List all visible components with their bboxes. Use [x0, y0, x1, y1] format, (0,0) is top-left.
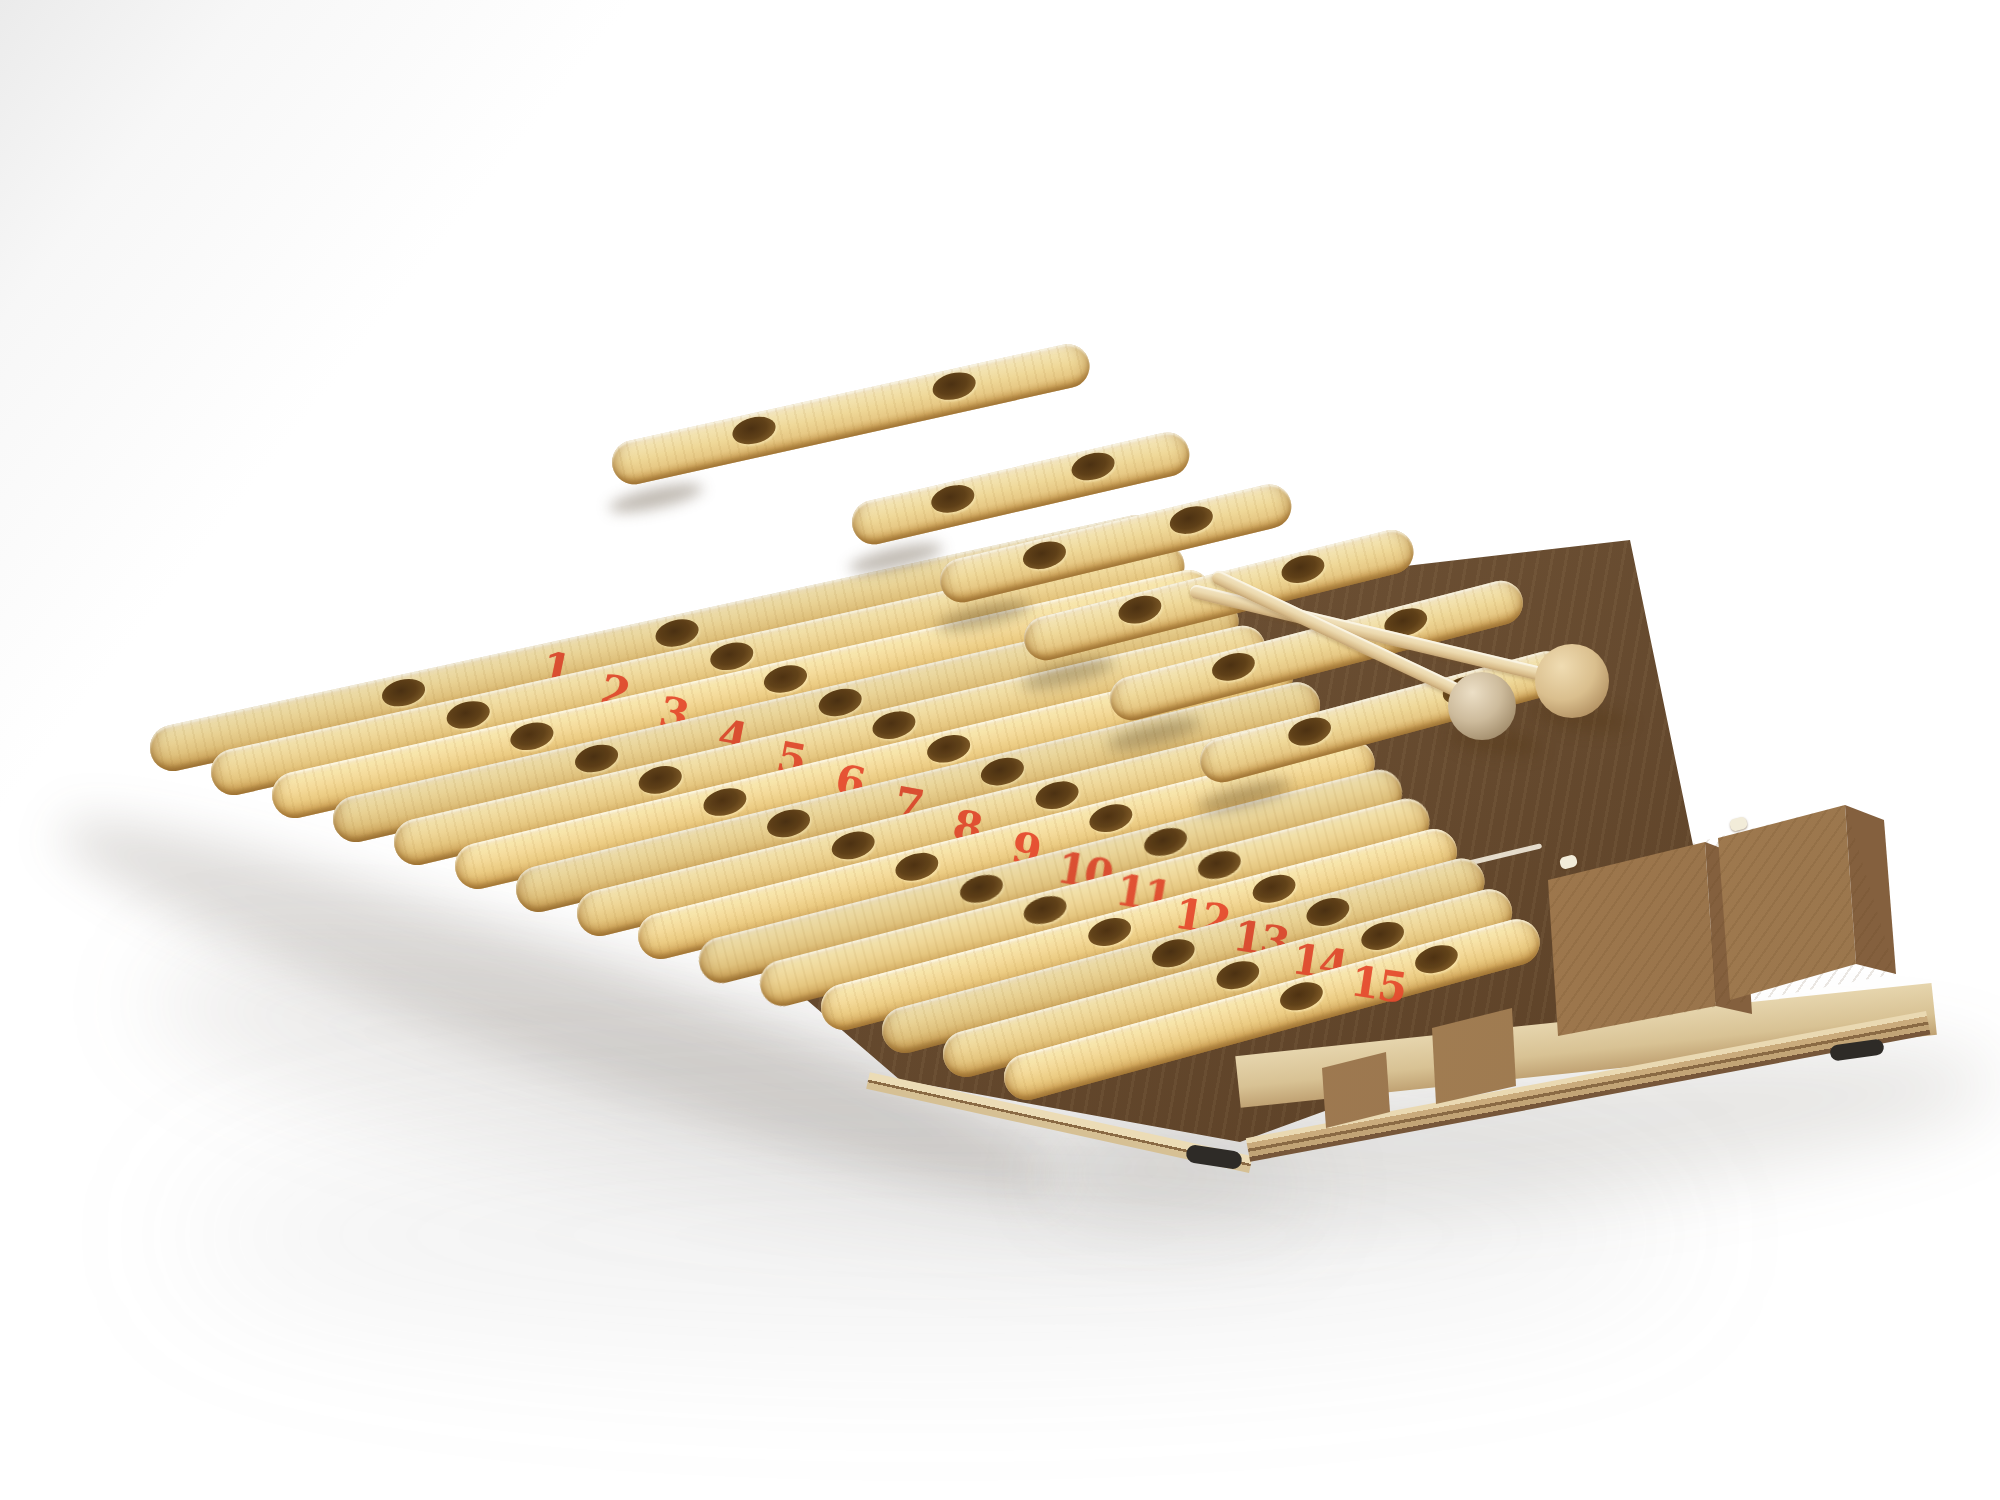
- bar-hole: [1277, 977, 1327, 1015]
- bar-hole: [1213, 956, 1263, 994]
- bar-hole: [1303, 893, 1353, 931]
- bar-hole: [1249, 870, 1299, 908]
- bar-hole: [443, 696, 492, 732]
- bar-hole: [571, 740, 620, 776]
- bar-hole: [1020, 891, 1070, 928]
- cord-knot-right: [1729, 816, 1749, 832]
- bar-hole: [1357, 917, 1407, 955]
- bar-hole: [1084, 913, 1134, 951]
- bar-hole: [1167, 502, 1216, 539]
- bar-hole: [1148, 934, 1198, 972]
- bar-hole: [956, 870, 1006, 907]
- bar-hole: [828, 827, 877, 864]
- bar-hole: [1278, 550, 1327, 587]
- bar-hole: [978, 753, 1027, 790]
- bar-hole: [892, 848, 941, 885]
- bar-hole: [930, 368, 979, 404]
- bar-hole: [700, 783, 749, 820]
- photo-stage: 123456789101112131415: [0, 0, 2000, 1500]
- bar-hole: [1069, 448, 1118, 485]
- mallet-head-left: [1448, 672, 1516, 740]
- bar-hole: [1020, 537, 1069, 574]
- ground-shadow-floor-wash: [180, 1120, 1680, 1350]
- bar-hole: [507, 718, 556, 754]
- bar-hole: [379, 675, 428, 711]
- bar-hole: [1086, 800, 1135, 837]
- bar-hole: [1140, 823, 1190, 860]
- bar-hole: [1195, 846, 1245, 883]
- bar-hole: [730, 412, 779, 448]
- bar-hole: [928, 481, 977, 518]
- bar-hole: [1285, 713, 1335, 751]
- bar-hole: [764, 805, 813, 842]
- bar-number-label: 15: [1347, 956, 1408, 1013]
- bar-hole: [1208, 648, 1258, 685]
- bar-hole: [1412, 940, 1462, 978]
- bar-hole: [1115, 591, 1164, 628]
- raised-bar-shadow: [607, 478, 705, 518]
- bar-hole: [636, 762, 685, 799]
- mallet-head-right: [1535, 644, 1609, 718]
